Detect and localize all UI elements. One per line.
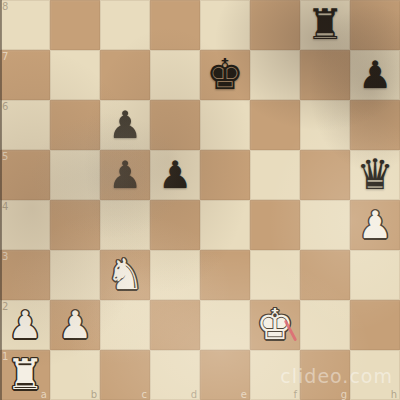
square-d5[interactable]: ♟ [150,150,200,200]
square-b2[interactable]: ♟ [50,300,100,350]
square-a8[interactable]: 8 [0,0,50,50]
piece-black-rook-g8[interactable]: ♜ [300,0,350,50]
square-e8[interactable] [200,0,250,50]
piece-black-pawn-c5[interactable]: ♟ [100,150,150,200]
square-f6[interactable] [250,100,300,150]
piece-black-pawn-c6[interactable]: ♟ [100,100,150,150]
square-a7[interactable]: 7 [0,50,50,100]
square-c5[interactable]: ♟ [100,150,150,200]
square-g8[interactable]: ♜ [300,0,350,50]
file-label-b: b [91,389,97,400]
square-b8[interactable] [50,0,100,50]
square-e2[interactable] [200,300,250,350]
rank-label-6: 6 [2,101,8,112]
square-f4[interactable] [250,200,300,250]
square-h8[interactable] [350,0,400,50]
square-c3[interactable]: ♞ [100,250,150,300]
square-c2[interactable] [100,300,150,350]
square-f1[interactable]: f [250,350,300,400]
square-h5[interactable]: ♛ [350,150,400,200]
file-label-h: h [391,389,397,400]
square-b1[interactable]: b [50,350,100,400]
square-g2[interactable] [300,300,350,350]
square-a6[interactable]: 6 [0,100,50,150]
chess-app-window: 8♜7♚♟6♟5♟♟♛4♟3♞2♟♟♚1a♜bcdefgh clideo.com [0,0,400,400]
square-d6[interactable] [150,100,200,150]
square-b3[interactable] [50,250,100,300]
square-e4[interactable] [200,200,250,250]
rank-label-7: 7 [2,51,8,62]
square-h6[interactable] [350,100,400,150]
square-b5[interactable] [50,150,100,200]
square-f3[interactable] [250,250,300,300]
square-g6[interactable] [300,100,350,150]
file-label-c: c [142,389,148,400]
square-c4[interactable] [100,200,150,250]
square-h7[interactable]: ♟ [350,50,400,100]
file-label-g: g [341,389,347,400]
square-d7[interactable] [150,50,200,100]
piece-white-pawn-h4[interactable]: ♟ [350,200,400,250]
square-e7[interactable]: ♚ [200,50,250,100]
piece-white-rook-a1[interactable]: ♜ [0,350,50,400]
square-g4[interactable] [300,200,350,250]
file-label-f: f [293,389,297,400]
piece-black-king-e7[interactable]: ♚ [200,50,250,100]
square-c1[interactable]: c [100,350,150,400]
square-b6[interactable] [50,100,100,150]
square-a4[interactable]: 4 [0,200,50,250]
square-h1[interactable]: h [350,350,400,400]
square-g5[interactable] [300,150,350,200]
square-e5[interactable] [200,150,250,200]
square-e6[interactable] [200,100,250,150]
square-a2[interactable]: 2♟ [0,300,50,350]
piece-black-pawn-d5[interactable]: ♟ [150,150,200,200]
square-a3[interactable]: 3 [0,250,50,300]
square-e1[interactable]: e [200,350,250,400]
square-b4[interactable] [50,200,100,250]
rank-label-3: 3 [2,251,8,262]
file-label-e: e [241,389,247,400]
piece-white-king-f2[interactable]: ♚ [250,300,300,350]
square-g7[interactable] [300,50,350,100]
square-h2[interactable] [350,300,400,350]
square-h3[interactable] [350,250,400,300]
square-c7[interactable] [100,50,150,100]
rank-label-8: 8 [2,1,8,12]
piece-white-pawn-a2[interactable]: ♟ [0,300,50,350]
rank-label-5: 5 [2,151,8,162]
chess-board: 8♜7♚♟6♟5♟♟♛4♟3♞2♟♟♚1a♜bcdefgh [0,0,400,400]
square-d1[interactable]: d [150,350,200,400]
square-h4[interactable]: ♟ [350,200,400,250]
piece-black-queen-h5[interactable]: ♛ [350,150,400,200]
square-c6[interactable]: ♟ [100,100,150,150]
square-g3[interactable] [300,250,350,300]
square-b7[interactable] [50,50,100,100]
square-d3[interactable] [150,250,200,300]
square-a5[interactable]: 5 [0,150,50,200]
square-c8[interactable] [100,0,150,50]
square-f5[interactable] [250,150,300,200]
square-d8[interactable] [150,0,200,50]
square-f2[interactable]: ♚ [250,300,300,350]
square-e3[interactable] [200,250,250,300]
square-f8[interactable] [250,0,300,50]
square-d2[interactable] [150,300,200,350]
square-d4[interactable] [150,200,200,250]
piece-white-knight-c3[interactable]: ♞ [100,250,150,300]
square-f7[interactable] [250,50,300,100]
rank-label-4: 4 [2,201,8,212]
piece-white-pawn-b2[interactable]: ♟ [50,300,100,350]
piece-black-pawn-h7[interactable]: ♟ [350,50,400,100]
square-a1[interactable]: 1a♜ [0,350,50,400]
square-g1[interactable]: g [300,350,350,400]
file-label-d: d [191,389,197,400]
